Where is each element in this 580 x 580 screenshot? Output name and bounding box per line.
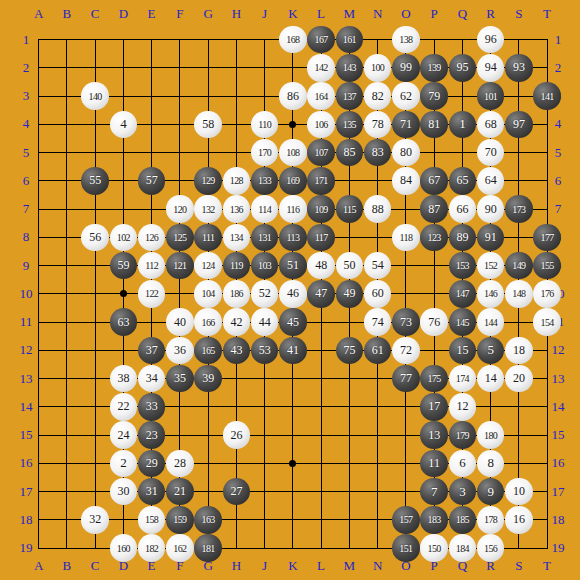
point-M9[interactable]: 50 xyxy=(335,252,363,280)
point-P11[interactable]: 76 xyxy=(420,308,448,336)
point-M7[interactable]: 115 xyxy=(335,195,363,223)
white-stone-H11[interactable]: 42 xyxy=(223,308,251,336)
point-D11[interactable]: 63 xyxy=(109,308,137,336)
point-F13[interactable]: 35 xyxy=(166,365,194,393)
point-E13[interactable]: 34 xyxy=(138,365,166,393)
black-stone-J8[interactable]: 131 xyxy=(251,224,279,252)
black-stone-P18[interactable]: 183 xyxy=(420,506,448,534)
white-stone-O8[interactable]: 118 xyxy=(392,224,420,252)
white-stone-O5[interactable]: 80 xyxy=(392,139,420,167)
black-stone-T3[interactable]: 141 xyxy=(533,82,561,110)
white-stone-R19[interactable]: 156 xyxy=(477,534,505,562)
black-stone-F18[interactable]: 159 xyxy=(166,506,194,534)
stones-grid[interactable]: 1234567891011121314151617182021222324262… xyxy=(25,26,562,563)
white-stone-C3[interactable]: 140 xyxy=(81,82,109,110)
black-stone-K11[interactable]: 45 xyxy=(279,308,307,336)
point-C8[interactable]: 56 xyxy=(81,223,109,251)
white-stone-N2[interactable]: 100 xyxy=(364,54,392,82)
point-G7[interactable]: 132 xyxy=(194,195,222,223)
white-stone-N11[interactable]: 74 xyxy=(364,308,392,336)
point-R17[interactable]: 9 xyxy=(477,478,505,506)
point-H12[interactable]: 43 xyxy=(222,336,250,364)
black-stone-O13[interactable]: 77 xyxy=(392,365,420,393)
white-stone-R4[interactable]: 68 xyxy=(477,111,505,139)
white-stone-L9[interactable]: 48 xyxy=(307,252,335,280)
white-stone-G10[interactable]: 104 xyxy=(194,280,222,308)
white-stone-K1[interactable]: 168 xyxy=(279,26,307,54)
white-stone-K10[interactable]: 46 xyxy=(279,280,307,308)
white-stone-R16[interactable]: 8 xyxy=(477,450,505,478)
point-P17[interactable]: 7 xyxy=(420,478,448,506)
point-O6[interactable]: 84 xyxy=(392,167,420,195)
black-stone-N5[interactable]: 83 xyxy=(364,139,392,167)
black-stone-P4[interactable]: 81 xyxy=(420,111,448,139)
point-D4[interactable]: 4 xyxy=(109,110,137,138)
black-stone-H17[interactable]: 27 xyxy=(223,478,251,506)
white-stone-H8[interactable]: 134 xyxy=(223,224,251,252)
black-stone-Q9[interactable]: 153 xyxy=(449,252,477,280)
white-stone-L4[interactable]: 106 xyxy=(307,111,335,139)
white-stone-R13[interactable]: 14 xyxy=(477,365,505,393)
point-K8[interactable]: 113 xyxy=(279,223,307,251)
point-H15[interactable]: 26 xyxy=(222,421,250,449)
white-stone-N4[interactable]: 78 xyxy=(364,111,392,139)
black-stone-P6[interactable]: 67 xyxy=(420,167,448,195)
black-stone-H9[interactable]: 119 xyxy=(223,252,251,280)
white-stone-D16[interactable]: 2 xyxy=(110,450,138,478)
white-stone-E8[interactable]: 126 xyxy=(138,224,166,252)
point-F16[interactable]: 28 xyxy=(166,449,194,477)
black-stone-R3[interactable]: 101 xyxy=(477,82,505,110)
black-stone-P8[interactable]: 123 xyxy=(420,224,448,252)
white-stone-O3[interactable]: 62 xyxy=(392,82,420,110)
point-R10[interactable]: 146 xyxy=(477,280,505,308)
point-G6[interactable]: 129 xyxy=(194,167,222,195)
point-H8[interactable]: 134 xyxy=(222,223,250,251)
point-H11[interactable]: 42 xyxy=(222,308,250,336)
black-stone-Q18[interactable]: 185 xyxy=(449,506,477,534)
point-H9[interactable]: 119 xyxy=(222,252,250,280)
point-M4[interactable]: 135 xyxy=(335,110,363,138)
point-S17[interactable]: 10 xyxy=(505,478,533,506)
point-E8[interactable]: 126 xyxy=(138,223,166,251)
point-M3[interactable]: 137 xyxy=(335,82,363,110)
point-F7[interactable]: 120 xyxy=(166,195,194,223)
point-N10[interactable]: 60 xyxy=(364,280,392,308)
black-stone-K9[interactable]: 51 xyxy=(279,252,307,280)
black-stone-R12[interactable]: 5 xyxy=(477,337,505,365)
point-P6[interactable]: 67 xyxy=(420,167,448,195)
point-Q4[interactable]: 1 xyxy=(448,110,476,138)
point-K7[interactable]: 116 xyxy=(279,195,307,223)
white-stone-R1[interactable]: 96 xyxy=(477,26,505,54)
point-O5[interactable]: 80 xyxy=(392,139,420,167)
point-N7[interactable]: 88 xyxy=(364,195,392,223)
point-K6[interactable]: 169 xyxy=(279,167,307,195)
point-T11[interactable]: 154 xyxy=(533,308,561,336)
black-stone-P14[interactable]: 17 xyxy=(420,393,448,421)
white-stone-N10[interactable]: 60 xyxy=(364,280,392,308)
white-stone-L3[interactable]: 164 xyxy=(307,82,335,110)
point-P3[interactable]: 79 xyxy=(420,82,448,110)
white-stone-K3[interactable]: 86 xyxy=(279,82,307,110)
point-F11[interactable]: 40 xyxy=(166,308,194,336)
black-stone-Q2[interactable]: 95 xyxy=(449,54,477,82)
point-R6[interactable]: 64 xyxy=(477,167,505,195)
white-stone-E13[interactable]: 34 xyxy=(138,365,166,393)
black-stone-M3[interactable]: 137 xyxy=(336,82,364,110)
white-stone-R5[interactable]: 70 xyxy=(477,139,505,167)
black-stone-P2[interactable]: 139 xyxy=(420,54,448,82)
point-K10[interactable]: 46 xyxy=(279,280,307,308)
black-stone-D9[interactable]: 59 xyxy=(110,252,138,280)
point-Q10[interactable]: 147 xyxy=(448,280,476,308)
white-stone-S12[interactable]: 18 xyxy=(505,337,533,365)
point-S10[interactable]: 148 xyxy=(505,280,533,308)
point-E18[interactable]: 158 xyxy=(138,506,166,534)
black-stone-L10[interactable]: 47 xyxy=(307,280,335,308)
point-H7[interactable]: 136 xyxy=(222,195,250,223)
point-K9[interactable]: 51 xyxy=(279,252,307,280)
white-stone-J4[interactable]: 110 xyxy=(251,111,279,139)
white-stone-H7[interactable]: 136 xyxy=(223,195,251,223)
black-stone-E16[interactable]: 29 xyxy=(138,450,166,478)
white-stone-K7[interactable]: 116 xyxy=(279,195,307,223)
black-stone-E17[interactable]: 31 xyxy=(138,478,166,506)
point-E14[interactable]: 33 xyxy=(138,393,166,421)
point-P19[interactable]: 150 xyxy=(420,534,448,562)
black-stone-O19[interactable]: 151 xyxy=(392,534,420,562)
point-O18[interactable]: 157 xyxy=(392,506,420,534)
point-L5[interactable]: 107 xyxy=(307,139,335,167)
white-stone-R2[interactable]: 94 xyxy=(477,54,505,82)
black-stone-P16[interactable]: 11 xyxy=(420,450,448,478)
point-T3[interactable]: 141 xyxy=(533,82,561,110)
black-stone-F8[interactable]: 125 xyxy=(166,224,194,252)
point-L10[interactable]: 47 xyxy=(307,280,335,308)
black-stone-K6[interactable]: 169 xyxy=(279,167,307,195)
point-J11[interactable]: 44 xyxy=(251,308,279,336)
black-stone-P3[interactable]: 79 xyxy=(420,82,448,110)
point-C6[interactable]: 55 xyxy=(81,167,109,195)
white-stone-R15[interactable]: 180 xyxy=(477,421,505,449)
black-stone-O18[interactable]: 157 xyxy=(392,506,420,534)
black-stone-K12[interactable]: 41 xyxy=(279,337,307,365)
point-S4[interactable]: 97 xyxy=(505,110,533,138)
point-M1[interactable]: 161 xyxy=(335,26,363,54)
point-E15[interactable]: 23 xyxy=(138,421,166,449)
black-stone-Q10[interactable]: 147 xyxy=(449,280,477,308)
black-stone-O2[interactable]: 99 xyxy=(392,54,420,82)
point-O1[interactable]: 138 xyxy=(392,26,420,54)
black-stone-P15[interactable]: 13 xyxy=(420,421,448,449)
white-stone-N9[interactable]: 54 xyxy=(364,252,392,280)
black-stone-G18[interactable]: 163 xyxy=(194,506,222,534)
point-Q11[interactable]: 145 xyxy=(448,308,476,336)
point-Q19[interactable]: 184 xyxy=(448,534,476,562)
point-S13[interactable]: 20 xyxy=(505,365,533,393)
point-D17[interactable]: 30 xyxy=(109,478,137,506)
white-stone-L2[interactable]: 142 xyxy=(307,54,335,82)
white-stone-F16[interactable]: 28 xyxy=(166,450,194,478)
point-N5[interactable]: 83 xyxy=(364,139,392,167)
white-stone-C18[interactable]: 32 xyxy=(81,506,109,534)
black-stone-C6[interactable]: 55 xyxy=(81,167,109,195)
white-stone-S13[interactable]: 20 xyxy=(505,365,533,393)
point-J7[interactable]: 114 xyxy=(251,195,279,223)
black-stone-Q8[interactable]: 89 xyxy=(449,224,477,252)
white-stone-J10[interactable]: 52 xyxy=(251,280,279,308)
black-stone-O11[interactable]: 73 xyxy=(392,308,420,336)
point-J12[interactable]: 53 xyxy=(251,336,279,364)
point-R8[interactable]: 91 xyxy=(477,223,505,251)
black-stone-G6[interactable]: 129 xyxy=(194,167,222,195)
point-F8[interactable]: 125 xyxy=(166,223,194,251)
black-stone-Q6[interactable]: 65 xyxy=(449,167,477,195)
black-stone-P13[interactable]: 175 xyxy=(420,365,448,393)
point-E19[interactable]: 182 xyxy=(138,534,166,562)
black-stone-K8[interactable]: 113 xyxy=(279,224,307,252)
point-G4[interactable]: 58 xyxy=(194,110,222,138)
point-R15[interactable]: 180 xyxy=(477,421,505,449)
black-stone-M7[interactable]: 115 xyxy=(336,195,364,223)
point-K1[interactable]: 168 xyxy=(279,26,307,54)
black-stone-P7[interactable]: 87 xyxy=(420,195,448,223)
black-stone-M10[interactable]: 49 xyxy=(336,280,364,308)
point-E9[interactable]: 112 xyxy=(138,252,166,280)
black-stone-S9[interactable]: 149 xyxy=(505,252,533,280)
white-stone-O12[interactable]: 72 xyxy=(392,337,420,365)
black-stone-D11[interactable]: 63 xyxy=(110,308,138,336)
black-stone-P17[interactable]: 7 xyxy=(420,478,448,506)
white-stone-Q7[interactable]: 66 xyxy=(449,195,477,223)
black-stone-J6[interactable]: 133 xyxy=(251,167,279,195)
point-K5[interactable]: 108 xyxy=(279,139,307,167)
white-stone-E10[interactable]: 122 xyxy=(138,280,166,308)
point-E10[interactable]: 122 xyxy=(138,280,166,308)
point-O19[interactable]: 151 xyxy=(392,534,420,562)
white-stone-D4[interactable]: 4 xyxy=(110,111,138,139)
point-H6[interactable]: 128 xyxy=(222,167,250,195)
point-L8[interactable]: 117 xyxy=(307,223,335,251)
black-stone-M2[interactable]: 143 xyxy=(336,54,364,82)
point-Q18[interactable]: 185 xyxy=(448,506,476,534)
white-stone-G9[interactable]: 124 xyxy=(194,252,222,280)
point-O11[interactable]: 73 xyxy=(392,308,420,336)
point-C3[interactable]: 140 xyxy=(81,82,109,110)
white-stone-N3[interactable]: 82 xyxy=(364,82,392,110)
point-O3[interactable]: 62 xyxy=(392,82,420,110)
white-stone-S17[interactable]: 10 xyxy=(505,478,533,506)
point-G19[interactable]: 181 xyxy=(194,534,222,562)
white-stone-R7[interactable]: 90 xyxy=(477,195,505,223)
point-D13[interactable]: 38 xyxy=(109,365,137,393)
white-stone-G4[interactable]: 58 xyxy=(194,111,222,139)
point-N11[interactable]: 74 xyxy=(364,308,392,336)
point-G9[interactable]: 124 xyxy=(194,252,222,280)
point-D16[interactable]: 2 xyxy=(109,449,137,477)
black-stone-H12[interactable]: 43 xyxy=(223,337,251,365)
point-R9[interactable]: 152 xyxy=(477,252,505,280)
white-stone-F7[interactable]: 120 xyxy=(166,195,194,223)
black-stone-E14[interactable]: 33 xyxy=(138,393,166,421)
point-P18[interactable]: 183 xyxy=(420,506,448,534)
point-J8[interactable]: 131 xyxy=(251,223,279,251)
black-stone-J9[interactable]: 103 xyxy=(251,252,279,280)
point-D15[interactable]: 24 xyxy=(109,421,137,449)
black-stone-Q15[interactable]: 179 xyxy=(449,421,477,449)
point-P4[interactable]: 81 xyxy=(420,110,448,138)
black-stone-G8[interactable]: 111 xyxy=(194,224,222,252)
black-stone-S7[interactable]: 173 xyxy=(505,195,533,223)
white-stone-E9[interactable]: 112 xyxy=(138,252,166,280)
black-stone-N12[interactable]: 61 xyxy=(364,337,392,365)
point-M2[interactable]: 143 xyxy=(335,54,363,82)
point-G8[interactable]: 111 xyxy=(194,223,222,251)
white-stone-E18[interactable]: 158 xyxy=(138,506,166,534)
point-J10[interactable]: 52 xyxy=(251,280,279,308)
point-P16[interactable]: 11 xyxy=(420,449,448,477)
point-N4[interactable]: 78 xyxy=(364,110,392,138)
point-Q17[interactable]: 3 xyxy=(448,478,476,506)
white-stone-J7[interactable]: 114 xyxy=(251,195,279,223)
point-P8[interactable]: 123 xyxy=(420,223,448,251)
point-R18[interactable]: 178 xyxy=(477,506,505,534)
point-Q7[interactable]: 66 xyxy=(448,195,476,223)
point-P7[interactable]: 87 xyxy=(420,195,448,223)
point-D8[interactable]: 102 xyxy=(109,223,137,251)
point-P13[interactable]: 175 xyxy=(420,365,448,393)
white-stone-G11[interactable]: 166 xyxy=(194,308,222,336)
white-stone-S10[interactable]: 148 xyxy=(505,280,533,308)
black-stone-R8[interactable]: 91 xyxy=(477,224,505,252)
black-stone-M12[interactable]: 75 xyxy=(336,337,364,365)
point-T9[interactable]: 155 xyxy=(533,252,561,280)
white-stone-J5[interactable]: 170 xyxy=(251,139,279,167)
black-stone-T9[interactable]: 155 xyxy=(533,252,561,280)
point-R16[interactable]: 8 xyxy=(477,449,505,477)
white-stone-E19[interactable]: 182 xyxy=(138,534,166,562)
point-F19[interactable]: 162 xyxy=(166,534,194,562)
white-stone-K5[interactable]: 108 xyxy=(279,139,307,167)
point-S18[interactable]: 16 xyxy=(505,506,533,534)
point-G18[interactable]: 163 xyxy=(194,506,222,534)
white-stone-R9[interactable]: 152 xyxy=(477,252,505,280)
point-L9[interactable]: 48 xyxy=(307,252,335,280)
point-M12[interactable]: 75 xyxy=(335,336,363,364)
black-stone-J12[interactable]: 53 xyxy=(251,337,279,365)
black-stone-E15[interactable]: 23 xyxy=(138,421,166,449)
white-stone-H10[interactable]: 186 xyxy=(223,280,251,308)
point-Q15[interactable]: 179 xyxy=(448,421,476,449)
point-R4[interactable]: 68 xyxy=(477,110,505,138)
white-stone-D17[interactable]: 30 xyxy=(110,478,138,506)
point-L1[interactable]: 167 xyxy=(307,26,335,54)
white-stone-H15[interactable]: 26 xyxy=(223,421,251,449)
point-P15[interactable]: 13 xyxy=(420,421,448,449)
point-Q12[interactable]: 15 xyxy=(448,336,476,364)
point-P2[interactable]: 139 xyxy=(420,54,448,82)
point-J6[interactable]: 133 xyxy=(251,167,279,195)
point-L2[interactable]: 142 xyxy=(307,54,335,82)
point-R5[interactable]: 70 xyxy=(477,139,505,167)
white-stone-R11[interactable]: 144 xyxy=(477,308,505,336)
white-stone-M9[interactable]: 50 xyxy=(336,252,364,280)
white-stone-C8[interactable]: 56 xyxy=(81,224,109,252)
white-stone-D13[interactable]: 38 xyxy=(110,365,138,393)
white-stone-N7[interactable]: 88 xyxy=(364,195,392,223)
point-E17[interactable]: 31 xyxy=(138,478,166,506)
point-P14[interactable]: 17 xyxy=(420,393,448,421)
point-C18[interactable]: 32 xyxy=(81,506,109,534)
point-T8[interactable]: 177 xyxy=(533,223,561,251)
white-stone-Q13[interactable]: 174 xyxy=(449,365,477,393)
point-Q14[interactable]: 12 xyxy=(448,393,476,421)
white-stone-O1[interactable]: 138 xyxy=(392,26,420,54)
white-stone-Q16[interactable]: 6 xyxy=(449,450,477,478)
black-stone-M5[interactable]: 85 xyxy=(336,139,364,167)
point-M5[interactable]: 85 xyxy=(335,139,363,167)
black-stone-Q12[interactable]: 15 xyxy=(449,337,477,365)
point-Q8[interactable]: 89 xyxy=(448,223,476,251)
point-M10[interactable]: 49 xyxy=(335,280,363,308)
black-stone-L7[interactable]: 109 xyxy=(307,195,335,223)
white-stone-D15[interactable]: 24 xyxy=(110,421,138,449)
white-stone-Q19[interactable]: 184 xyxy=(449,534,477,562)
point-K12[interactable]: 41 xyxy=(279,336,307,364)
white-stone-H6[interactable]: 128 xyxy=(223,167,251,195)
point-G12[interactable]: 165 xyxy=(194,336,222,364)
point-N2[interactable]: 100 xyxy=(364,54,392,82)
black-stone-L1[interactable]: 167 xyxy=(307,26,335,54)
point-Q9[interactable]: 153 xyxy=(448,252,476,280)
white-stone-F19[interactable]: 162 xyxy=(166,534,194,562)
point-H17[interactable]: 27 xyxy=(222,478,250,506)
white-stone-O6[interactable]: 84 xyxy=(392,167,420,195)
point-R2[interactable]: 94 xyxy=(477,54,505,82)
point-R1[interactable]: 96 xyxy=(477,26,505,54)
point-L6[interactable]: 171 xyxy=(307,167,335,195)
black-stone-F9[interactable]: 121 xyxy=(166,252,194,280)
point-D19[interactable]: 160 xyxy=(109,534,137,562)
black-stone-F13[interactable]: 35 xyxy=(166,365,194,393)
white-stone-F11[interactable]: 40 xyxy=(166,308,194,336)
black-stone-G13[interactable]: 39 xyxy=(194,365,222,393)
point-F12[interactable]: 36 xyxy=(166,336,194,364)
point-N12[interactable]: 61 xyxy=(364,336,392,364)
white-stone-R18[interactable]: 178 xyxy=(477,506,505,534)
point-L3[interactable]: 164 xyxy=(307,82,335,110)
point-L4[interactable]: 106 xyxy=(307,110,335,138)
black-stone-O4[interactable]: 71 xyxy=(392,111,420,139)
point-R19[interactable]: 156 xyxy=(477,534,505,562)
black-stone-L6[interactable]: 171 xyxy=(307,167,335,195)
black-stone-F17[interactable]: 21 xyxy=(166,478,194,506)
point-G10[interactable]: 104 xyxy=(194,280,222,308)
point-K3[interactable]: 86 xyxy=(279,82,307,110)
white-stone-R10[interactable]: 146 xyxy=(477,280,505,308)
point-Q6[interactable]: 65 xyxy=(448,167,476,195)
point-J4[interactable]: 110 xyxy=(251,110,279,138)
black-stone-S4[interactable]: 97 xyxy=(505,111,533,139)
point-S2[interactable]: 93 xyxy=(505,54,533,82)
point-R11[interactable]: 144 xyxy=(477,308,505,336)
point-Q2[interactable]: 95 xyxy=(448,54,476,82)
point-G13[interactable]: 39 xyxy=(194,365,222,393)
point-K11[interactable]: 45 xyxy=(279,308,307,336)
point-S12[interactable]: 18 xyxy=(505,336,533,364)
point-O4[interactable]: 71 xyxy=(392,110,420,138)
